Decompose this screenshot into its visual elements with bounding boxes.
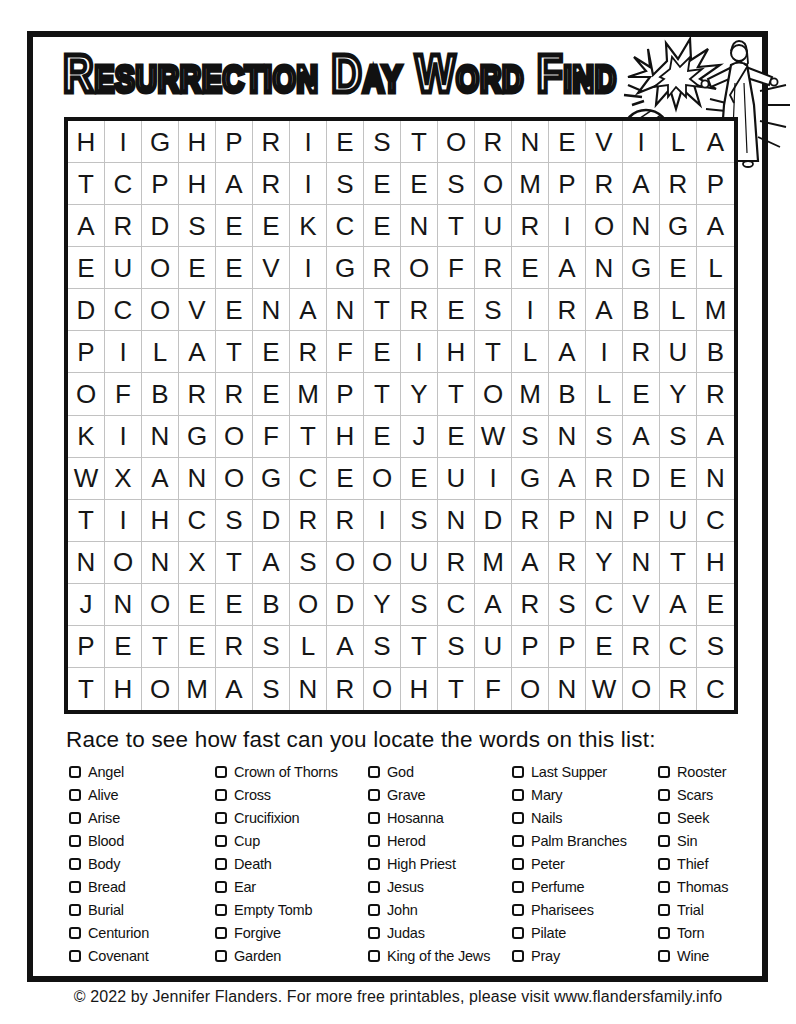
- word-checkbox[interactable]: [368, 812, 380, 824]
- word-checkbox[interactable]: [512, 950, 524, 962]
- grid-cell[interactable]: I: [623, 121, 660, 163]
- grid-cell[interactable]: N: [623, 205, 660, 247]
- word-checkbox[interactable]: [215, 812, 227, 824]
- grid-cell[interactable]: I: [364, 500, 401, 542]
- grid-cell[interactable]: S: [475, 289, 512, 331]
- grid-cell[interactable]: T: [401, 121, 438, 163]
- grid-cell[interactable]: D: [142, 205, 179, 247]
- grid-cell[interactable]: R: [512, 500, 549, 542]
- grid-cell[interactable]: C: [290, 458, 327, 500]
- grid-cell[interactable]: S: [438, 163, 475, 205]
- word-checkbox[interactable]: [512, 904, 524, 916]
- grid-cell[interactable]: R: [253, 121, 290, 163]
- word-checkbox[interactable]: [658, 927, 670, 939]
- grid-cell[interactable]: C: [586, 584, 623, 626]
- grid-cell[interactable]: G: [660, 205, 697, 247]
- grid-cell[interactable]: R: [327, 500, 364, 542]
- grid-cell[interactable]: R: [401, 289, 438, 331]
- grid-cell[interactable]: N: [253, 289, 290, 331]
- grid-cell[interactable]: R: [475, 121, 512, 163]
- grid-cell[interactable]: H: [68, 121, 105, 163]
- grid-cell[interactable]: A: [586, 289, 623, 331]
- word-checkbox[interactable]: [512, 927, 524, 939]
- word-checkbox[interactable]: [368, 858, 380, 870]
- grid-cell[interactable]: N: [549, 416, 586, 458]
- grid-cell[interactable]: S: [549, 584, 586, 626]
- grid-cell[interactable]: A: [475, 584, 512, 626]
- grid-cell[interactable]: E: [179, 247, 216, 289]
- grid-cell[interactable]: E: [105, 626, 142, 668]
- grid-cell[interactable]: K: [290, 205, 327, 247]
- word-checkbox[interactable]: [512, 789, 524, 801]
- grid-cell[interactable]: O: [68, 373, 105, 415]
- grid-cell[interactable]: R: [623, 331, 660, 373]
- grid-cell[interactable]: G: [142, 121, 179, 163]
- grid-cell[interactable]: H: [142, 500, 179, 542]
- grid-cell[interactable]: T: [216, 331, 253, 373]
- word-label: Cup: [234, 833, 260, 849]
- grid-cell[interactable]: M: [697, 289, 734, 331]
- word-checkbox[interactable]: [215, 789, 227, 801]
- grid-cell[interactable]: S: [660, 416, 697, 458]
- grid-cell[interactable]: N: [697, 458, 734, 500]
- grid-cell[interactable]: E: [697, 584, 734, 626]
- word-checkbox[interactable]: [69, 835, 81, 847]
- grid-cell[interactable]: S: [327, 163, 364, 205]
- grid-cell[interactable]: N: [327, 289, 364, 331]
- word-checkbox[interactable]: [368, 789, 380, 801]
- grid-cell[interactable]: T: [438, 373, 475, 415]
- grid-cell[interactable]: L: [660, 121, 697, 163]
- grid-cell[interactable]: E: [364, 205, 401, 247]
- word-checkbox[interactable]: [215, 835, 227, 847]
- grid-cell[interactable]: R: [549, 542, 586, 584]
- grid-cell[interactable]: I: [290, 163, 327, 205]
- grid-cell[interactable]: I: [105, 331, 142, 373]
- grid-cell[interactable]: E: [216, 205, 253, 247]
- grid-cell[interactable]: D: [253, 500, 290, 542]
- grid-cell[interactable]: N: [549, 668, 586, 710]
- grid-cell[interactable]: G: [623, 247, 660, 289]
- grid-cell[interactable]: R: [697, 373, 734, 415]
- grid-cell[interactable]: S: [512, 416, 549, 458]
- word-checkbox[interactable]: [69, 789, 81, 801]
- grid-cell[interactable]: Y: [660, 373, 697, 415]
- grid-cell[interactable]: A: [697, 205, 734, 247]
- grid-cell[interactable]: P: [549, 163, 586, 205]
- grid-cell[interactable]: T: [68, 163, 105, 205]
- grid-cell[interactable]: R: [105, 205, 142, 247]
- grid-cell[interactable]: E: [327, 458, 364, 500]
- grid-cell[interactable]: O: [216, 416, 253, 458]
- grid-cell[interactable]: H: [401, 668, 438, 710]
- grid-cell[interactable]: B: [697, 331, 734, 373]
- grid-cell[interactable]: R: [327, 668, 364, 710]
- grid-cell[interactable]: O: [586, 205, 623, 247]
- grid-cell[interactable]: A: [290, 289, 327, 331]
- word-checkbox[interactable]: [69, 927, 81, 939]
- grid-cell[interactable]: A: [623, 163, 660, 205]
- grid-cell[interactable]: O: [142, 289, 179, 331]
- grid-cell[interactable]: E: [401, 458, 438, 500]
- grid-cell[interactable]: S: [179, 205, 216, 247]
- grid-cell[interactable]: A: [549, 331, 586, 373]
- grid-cell[interactable]: C: [660, 626, 697, 668]
- grid-cell[interactable]: R: [512, 205, 549, 247]
- grid-cell[interactable]: V: [623, 584, 660, 626]
- grid-cell[interactable]: U: [475, 205, 512, 247]
- word-checkbox[interactable]: [69, 812, 81, 824]
- word-checkbox[interactable]: [658, 904, 670, 916]
- word-checkbox[interactable]: [658, 789, 670, 801]
- word-checkbox[interactable]: [69, 858, 81, 870]
- grid-cell[interactable]: T: [364, 373, 401, 415]
- grid-cell[interactable]: A: [549, 247, 586, 289]
- word-checkbox[interactable]: [512, 766, 524, 778]
- grid-cell[interactable]: H: [179, 121, 216, 163]
- grid-cell[interactable]: S: [401, 500, 438, 542]
- grid-cell[interactable]: H: [697, 542, 734, 584]
- grid-cell[interactable]: N: [586, 247, 623, 289]
- grid-cell[interactable]: Y: [401, 373, 438, 415]
- grid-cell[interactable]: L: [142, 331, 179, 373]
- grid-cell[interactable]: R: [475, 247, 512, 289]
- grid-cell[interactable]: B: [623, 289, 660, 331]
- grid-cell[interactable]: E: [364, 331, 401, 373]
- grid-cell[interactable]: S: [364, 121, 401, 163]
- word-checkbox[interactable]: [69, 881, 81, 893]
- grid-cell[interactable]: I: [290, 247, 327, 289]
- grid-cell[interactable]: S: [438, 626, 475, 668]
- grid-cell[interactable]: R: [216, 373, 253, 415]
- word-checkbox[interactable]: [368, 927, 380, 939]
- grid-cell[interactable]: T: [475, 331, 512, 373]
- grid-cell[interactable]: F: [253, 416, 290, 458]
- word-label: Thief: [677, 856, 708, 872]
- grid-cell[interactable]: D: [623, 458, 660, 500]
- grid-cell[interactable]: K: [68, 416, 105, 458]
- grid-cell[interactable]: T: [142, 626, 179, 668]
- grid-cell[interactable]: C: [327, 205, 364, 247]
- grid-cell[interactable]: T: [364, 289, 401, 331]
- grid-cell[interactable]: W: [586, 668, 623, 710]
- grid-cell[interactable]: X: [179, 542, 216, 584]
- grid-cell[interactable]: N: [586, 500, 623, 542]
- grid-cell[interactable]: E: [586, 626, 623, 668]
- word-checkbox[interactable]: [215, 927, 227, 939]
- grid-cell[interactable]: R: [512, 584, 549, 626]
- grid-cell[interactable]: F: [475, 668, 512, 710]
- word-checkbox[interactable]: [215, 858, 227, 870]
- grid-cell[interactable]: E: [179, 584, 216, 626]
- grid-cell[interactable]: L: [586, 373, 623, 415]
- grid-cell[interactable]: R: [586, 458, 623, 500]
- grid-cell[interactable]: T: [68, 668, 105, 710]
- grid-cell[interactable]: L: [512, 331, 549, 373]
- grid-cell[interactable]: P: [512, 626, 549, 668]
- word-checkbox[interactable]: [658, 835, 670, 847]
- grid-cell[interactable]: R: [364, 247, 401, 289]
- grid-cell[interactable]: P: [623, 500, 660, 542]
- grid-cell[interactable]: T: [68, 500, 105, 542]
- grid-cell[interactable]: R: [586, 163, 623, 205]
- grid-cell[interactable]: G: [512, 458, 549, 500]
- grid-cell[interactable]: E: [253, 373, 290, 415]
- grid-cell[interactable]: O: [142, 584, 179, 626]
- grid-cell[interactable]: E: [512, 247, 549, 289]
- grid-cell[interactable]: A: [253, 542, 290, 584]
- grid-cell[interactable]: M: [475, 542, 512, 584]
- word-checkbox[interactable]: [215, 950, 227, 962]
- grid-cell[interactable]: N: [179, 458, 216, 500]
- word-checkbox[interactable]: [69, 904, 81, 916]
- grid-cell[interactable]: P: [327, 373, 364, 415]
- grid-cell[interactable]: I: [549, 205, 586, 247]
- grid-cell[interactable]: L: [697, 247, 734, 289]
- grid-cell[interactable]: R: [253, 163, 290, 205]
- grid-cell[interactable]: F: [438, 247, 475, 289]
- grid-cell[interactable]: E: [68, 247, 105, 289]
- grid-cell[interactable]: M: [512, 163, 549, 205]
- grid-cell[interactable]: R: [660, 668, 697, 710]
- grid-cell[interactable]: E: [401, 163, 438, 205]
- word-checkbox[interactable]: [215, 881, 227, 893]
- grid-cell[interactable]: E: [660, 458, 697, 500]
- grid-cell[interactable]: T: [290, 416, 327, 458]
- word-checkbox[interactable]: [69, 950, 81, 962]
- grid-cell[interactable]: U: [438, 458, 475, 500]
- grid-cell[interactable]: P: [549, 626, 586, 668]
- grid-cell[interactable]: I: [512, 289, 549, 331]
- grid-cell[interactable]: B: [142, 373, 179, 415]
- grid-cell[interactable]: A: [216, 668, 253, 710]
- grid-cell[interactable]: P: [697, 163, 734, 205]
- grid-cell[interactable]: T: [216, 542, 253, 584]
- grid-cell[interactable]: A: [142, 458, 179, 500]
- grid-cell[interactable]: A: [512, 542, 549, 584]
- grid-cell[interactable]: X: [105, 458, 142, 500]
- grid-cell[interactable]: N: [512, 121, 549, 163]
- grid-cell[interactable]: E: [438, 416, 475, 458]
- grid-cell[interactable]: A: [327, 626, 364, 668]
- grid-cell[interactable]: M: [179, 668, 216, 710]
- grid-cell[interactable]: N: [438, 500, 475, 542]
- grid-cell[interactable]: Y: [586, 542, 623, 584]
- grid-cell[interactable]: E: [327, 121, 364, 163]
- grid-cell[interactable]: I: [290, 121, 327, 163]
- grid-cell[interactable]: M: [512, 373, 549, 415]
- grid-cell[interactable]: D: [68, 289, 105, 331]
- grid-cell[interactable]: O: [105, 542, 142, 584]
- grid-cell[interactable]: C: [697, 668, 734, 710]
- grid-cell[interactable]: O: [512, 668, 549, 710]
- grid-cell[interactable]: A: [216, 163, 253, 205]
- grid-cell[interactable]: I: [105, 416, 142, 458]
- grid-cell[interactable]: A: [623, 416, 660, 458]
- grid-cell[interactable]: S: [216, 500, 253, 542]
- grid-cell[interactable]: E: [216, 584, 253, 626]
- grid-cell[interactable]: I: [401, 331, 438, 373]
- grid-cell[interactable]: N: [68, 542, 105, 584]
- word-checkbox[interactable]: [215, 766, 227, 778]
- grid-cell[interactable]: P: [68, 626, 105, 668]
- grid-cell[interactable]: P: [142, 163, 179, 205]
- grid-cell[interactable]: E: [438, 289, 475, 331]
- grid-cell[interactable]: N: [142, 416, 179, 458]
- word-checkbox[interactable]: [368, 881, 380, 893]
- instructions-text: Race to see how fast can you locate the …: [66, 727, 746, 753]
- grid-cell[interactable]: O: [142, 668, 179, 710]
- grid-cell[interactable]: T: [438, 668, 475, 710]
- grid-cell[interactable]: O: [327, 542, 364, 584]
- grid-cell[interactable]: C: [179, 500, 216, 542]
- grid-cell[interactable]: G: [179, 416, 216, 458]
- grid-cell[interactable]: C: [438, 584, 475, 626]
- word-checkbox[interactable]: [69, 766, 81, 778]
- grid-cell[interactable]: N: [105, 584, 142, 626]
- grid-cell[interactable]: A: [549, 458, 586, 500]
- grid-cell[interactable]: S: [253, 668, 290, 710]
- grid-cell[interactable]: E: [549, 121, 586, 163]
- grid-cell[interactable]: B: [549, 373, 586, 415]
- grid-cell[interactable]: E: [364, 416, 401, 458]
- grid-cell[interactable]: R: [179, 373, 216, 415]
- grid-cell[interactable]: D: [475, 500, 512, 542]
- grid-cell[interactable]: E: [253, 205, 290, 247]
- word-checkbox[interactable]: [658, 766, 670, 778]
- grid-cell[interactable]: H: [438, 331, 475, 373]
- grid-cell[interactable]: E: [660, 247, 697, 289]
- grid-cell[interactable]: J: [401, 416, 438, 458]
- grid-cell[interactable]: H: [105, 668, 142, 710]
- grid-cell[interactable]: I: [105, 500, 142, 542]
- word-checkbox[interactable]: [512, 812, 524, 824]
- grid-cell[interactable]: C: [105, 289, 142, 331]
- grid-cell[interactable]: U: [660, 500, 697, 542]
- word-checkbox[interactable]: [368, 835, 380, 847]
- grid-cell[interactable]: R: [216, 626, 253, 668]
- grid-cell[interactable]: R: [290, 331, 327, 373]
- grid-cell[interactable]: Y: [364, 584, 401, 626]
- grid-cell[interactable]: O: [401, 247, 438, 289]
- grid-cell[interactable]: N: [401, 205, 438, 247]
- grid-cell[interactable]: C: [697, 500, 734, 542]
- grid-cell[interactable]: M: [290, 373, 327, 415]
- grid-cell[interactable]: O: [623, 668, 660, 710]
- grid-cell[interactable]: O: [290, 584, 327, 626]
- grid-cell[interactable]: E: [216, 289, 253, 331]
- grid-cell[interactable]: E: [216, 247, 253, 289]
- grid-cell[interactable]: U: [401, 542, 438, 584]
- grid-cell[interactable]: W: [475, 416, 512, 458]
- grid-cell[interactable]: E: [364, 163, 401, 205]
- word-checkbox[interactable]: [368, 904, 380, 916]
- grid-cell[interactable]: S: [586, 416, 623, 458]
- grid-cell[interactable]: N: [290, 668, 327, 710]
- grid-cell[interactable]: T: [401, 626, 438, 668]
- word-checkbox[interactable]: [368, 766, 380, 778]
- grid-cell[interactable]: O: [475, 163, 512, 205]
- grid-cell[interactable]: F: [105, 373, 142, 415]
- word-checkbox[interactable]: [512, 835, 524, 847]
- word-checkbox[interactable]: [658, 881, 670, 893]
- grid-cell[interactable]: W: [68, 458, 105, 500]
- grid-cell[interactable]: A: [697, 121, 734, 163]
- grid-cell[interactable]: R: [438, 542, 475, 584]
- grid-cell[interactable]: T: [660, 542, 697, 584]
- grid-cell[interactable]: P: [68, 331, 105, 373]
- grid-cell[interactable]: O: [475, 373, 512, 415]
- grid-cell[interactable]: A: [660, 584, 697, 626]
- grid-cell[interactable]: H: [179, 163, 216, 205]
- grid-cell[interactable]: S: [697, 626, 734, 668]
- grid-cell[interactable]: P: [549, 500, 586, 542]
- grid-cell[interactable]: U: [660, 331, 697, 373]
- grid-cell[interactable]: O: [364, 542, 401, 584]
- grid-cell[interactable]: P: [216, 121, 253, 163]
- grid-cell[interactable]: T: [438, 205, 475, 247]
- grid-cell[interactable]: O: [438, 121, 475, 163]
- grid-cell[interactable]: E: [623, 373, 660, 415]
- grid-cell[interactable]: S: [253, 626, 290, 668]
- grid-cell[interactable]: N: [623, 542, 660, 584]
- grid-cell[interactable]: U: [475, 626, 512, 668]
- grid-cell[interactable]: I: [475, 458, 512, 500]
- grid-cell[interactable]: E: [253, 331, 290, 373]
- word-checkbox[interactable]: [658, 858, 670, 870]
- word-checkbox[interactable]: [512, 881, 524, 893]
- word-checkbox[interactable]: [658, 812, 670, 824]
- grid-cell[interactable]: J: [68, 584, 105, 626]
- grid-cell[interactable]: V: [586, 121, 623, 163]
- grid-cell[interactable]: N: [142, 542, 179, 584]
- grid-cell[interactable]: C: [105, 163, 142, 205]
- grid-cell[interactable]: V: [179, 289, 216, 331]
- grid-cell[interactable]: O: [364, 668, 401, 710]
- grid-cell[interactable]: O: [364, 458, 401, 500]
- grid-cell[interactable]: R: [549, 289, 586, 331]
- grid-cell[interactable]: R: [660, 163, 697, 205]
- grid-cell[interactable]: G: [327, 247, 364, 289]
- grid-cell[interactable]: G: [253, 458, 290, 500]
- word-checkbox[interactable]: [215, 904, 227, 916]
- word-checkbox[interactable]: [512, 858, 524, 870]
- grid-cell[interactable]: L: [290, 626, 327, 668]
- grid-cell[interactable]: S: [364, 626, 401, 668]
- grid-cell[interactable]: S: [290, 542, 327, 584]
- grid-cell[interactable]: U: [105, 247, 142, 289]
- grid-cell[interactable]: A: [697, 416, 734, 458]
- grid-cell[interactable]: H: [327, 416, 364, 458]
- grid-cell[interactable]: R: [623, 626, 660, 668]
- grid-cell[interactable]: B: [253, 584, 290, 626]
- grid-cell[interactable]: A: [68, 205, 105, 247]
- grid-cell[interactable]: E: [179, 626, 216, 668]
- grid-cell[interactable]: I: [105, 121, 142, 163]
- word-checkbox[interactable]: [658, 950, 670, 962]
- grid-cell[interactable]: S: [401, 584, 438, 626]
- grid-cell[interactable]: O: [142, 247, 179, 289]
- grid-cell[interactable]: L: [660, 289, 697, 331]
- word-checkbox[interactable]: [368, 950, 380, 962]
- grid-cell[interactable]: R: [290, 500, 327, 542]
- grid-cell[interactable]: O: [216, 458, 253, 500]
- grid-cell[interactable]: F: [327, 331, 364, 373]
- grid-cell[interactable]: A: [179, 331, 216, 373]
- grid-cell[interactable]: D: [327, 584, 364, 626]
- grid-cell[interactable]: V: [253, 247, 290, 289]
- grid-cell[interactable]: I: [586, 331, 623, 373]
